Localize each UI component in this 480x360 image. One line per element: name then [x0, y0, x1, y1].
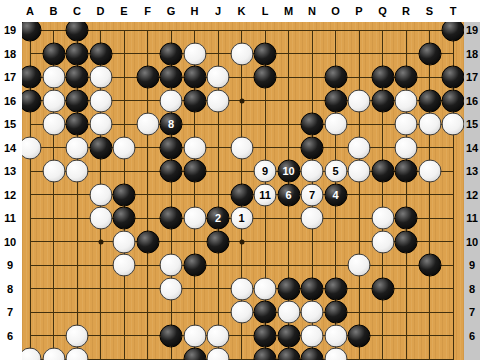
black-stone-Q13[interactable] [371, 160, 394, 183]
move-number-label: 10 [282, 166, 294, 177]
white-stone-P9[interactable] [348, 254, 371, 277]
white-stone-R14[interactable] [395, 136, 418, 159]
move-number-label: 8 [168, 119, 174, 130]
white-stone-N13[interactable] [301, 160, 324, 183]
white-stone-C13[interactable] [66, 160, 89, 183]
white-stone-G8[interactable] [160, 277, 183, 300]
white-stone-R16[interactable] [395, 89, 418, 112]
black-stone-N14[interactable] [301, 136, 324, 159]
black-stone-O7[interactable] [324, 301, 347, 324]
white-stone-D11[interactable] [89, 207, 112, 230]
black-stone-J11[interactable]: 2 [207, 207, 230, 230]
white-stone-N11[interactable] [301, 207, 324, 230]
move-number-label: 5 [332, 166, 338, 177]
white-stone-H18[interactable] [183, 42, 206, 65]
grid-hline [30, 265, 454, 266]
black-stone-Q17[interactable] [371, 66, 394, 89]
black-stone-J10[interactable] [207, 230, 230, 253]
white-stone-O13[interactable]: 5 [324, 160, 347, 183]
column-label: E [120, 5, 127, 17]
white-stone-N12[interactable]: 7 [301, 183, 324, 206]
row-label-left: 18 [4, 48, 16, 60]
white-stone-F15[interactable] [136, 113, 159, 136]
white-stone-E14[interactable] [113, 136, 136, 159]
grid-vline [359, 30, 360, 360]
white-stone-K7[interactable] [230, 301, 253, 324]
column-label: Q [378, 5, 387, 17]
row-label-left: 13 [4, 165, 16, 177]
white-stone-B15[interactable] [42, 113, 65, 136]
black-stone-G6[interactable] [160, 324, 183, 347]
white-stone-B13[interactable] [42, 160, 65, 183]
white-stone-B16[interactable] [42, 89, 65, 112]
row-label-right: 6 [469, 330, 475, 342]
white-stone-E10[interactable] [113, 230, 136, 253]
column-label: A [26, 5, 34, 17]
white-stone-N6[interactable] [301, 324, 324, 347]
white-stone-J6[interactable] [207, 324, 230, 347]
grid-vline [429, 30, 430, 360]
row-label-left: 11 [4, 212, 16, 224]
column-label: B [50, 5, 58, 17]
column-label: L [262, 5, 269, 17]
column-label: N [308, 5, 316, 17]
black-stone-P6[interactable] [348, 324, 371, 347]
white-stone-O15[interactable] [324, 113, 347, 136]
row-label-right: 17 [466, 71, 478, 83]
black-stone-R11[interactable] [395, 207, 418, 230]
white-stone-H14[interactable] [183, 136, 206, 159]
white-stone-C14[interactable] [66, 136, 89, 159]
white-stone-Q10[interactable] [371, 230, 394, 253]
black-stone-E11[interactable] [113, 207, 136, 230]
black-stone-K12[interactable] [230, 183, 253, 206]
white-stone-G9[interactable] [160, 254, 183, 277]
column-label: C [73, 5, 81, 17]
black-stone-D18[interactable] [89, 42, 112, 65]
black-stone-O16[interactable] [324, 89, 347, 112]
white-stone-M7[interactable] [277, 301, 300, 324]
black-stone-N8[interactable] [301, 277, 324, 300]
black-stone-L18[interactable] [254, 42, 277, 65]
row-label-right: 11 [466, 212, 478, 224]
white-stone-K14[interactable] [230, 136, 253, 159]
column-label: M [284, 5, 293, 17]
move-number-label: 2 [215, 213, 221, 224]
column-label: F [144, 5, 151, 17]
white-stone-J16[interactable] [207, 89, 230, 112]
white-stone-J17[interactable] [207, 66, 230, 89]
black-stone-B18[interactable] [42, 42, 65, 65]
row-label-right: 14 [466, 142, 478, 154]
white-stone-D17[interactable] [89, 66, 112, 89]
black-stone-T17[interactable] [442, 66, 465, 89]
go-app-window: ABCDEFGHJKLMNOPQRST191918181717161615151… [0, 0, 480, 360]
column-label: S [426, 5, 433, 17]
white-stone-S15[interactable] [418, 113, 441, 136]
white-stone-L12[interactable]: 11 [254, 183, 277, 206]
white-stone-N7[interactable] [301, 301, 324, 324]
black-stone-S16[interactable] [418, 89, 441, 112]
black-stone-O17[interactable] [324, 66, 347, 89]
black-stone-H13[interactable] [183, 160, 206, 183]
black-stone-D14[interactable] [89, 136, 112, 159]
black-stone-R10[interactable] [395, 230, 418, 253]
row-label-left: 6 [7, 330, 13, 342]
white-stone-K11[interactable]: 1 [230, 207, 253, 230]
black-stone-G15[interactable]: 8 [160, 113, 183, 136]
row-label-left: 9 [7, 259, 13, 271]
black-stone-G18[interactable] [160, 42, 183, 65]
white-stone-C6[interactable] [66, 324, 89, 347]
black-stone-M8[interactable] [277, 277, 300, 300]
white-stone-K8[interactable] [230, 277, 253, 300]
black-stone-G11[interactable] [160, 207, 183, 230]
white-stone-P14[interactable] [348, 136, 371, 159]
black-stone-E12[interactable] [113, 183, 136, 206]
row-label-left: 7 [7, 306, 13, 318]
white-stone-K18[interactable] [230, 42, 253, 65]
move-number-label: 4 [332, 189, 338, 200]
black-stone-L7[interactable] [254, 301, 277, 324]
column-label: O [331, 5, 340, 17]
black-stone-T16[interactable] [442, 89, 465, 112]
white-stone-L8[interactable] [254, 277, 277, 300]
black-stone-N15[interactable] [301, 113, 324, 136]
black-stone-L17[interactable] [254, 66, 277, 89]
black-stone-O12[interactable]: 4 [324, 183, 347, 206]
black-stone-C15[interactable] [66, 113, 89, 136]
grid-hline [30, 335, 454, 336]
row-label-right: 10 [466, 236, 478, 248]
row-label-right: 19 [466, 24, 478, 36]
white-stone-O6[interactable] [324, 324, 347, 347]
black-stone-M6[interactable] [277, 324, 300, 347]
black-stone-H9[interactable] [183, 254, 206, 277]
white-stone-L13[interactable]: 9 [254, 160, 277, 183]
black-stone-C18[interactable] [66, 42, 89, 65]
move-number-label: 11 [259, 189, 271, 200]
black-stone-L6[interactable] [254, 324, 277, 347]
black-stone-S9[interactable] [418, 254, 441, 277]
black-stone-G13[interactable] [160, 160, 183, 183]
column-label: J [215, 5, 221, 17]
white-stone-B17[interactable] [42, 66, 65, 89]
black-stone-O8[interactable] [324, 277, 347, 300]
row-label-left: 14 [4, 142, 16, 154]
black-stone-F17[interactable] [136, 66, 159, 89]
white-stone-E9[interactable] [113, 254, 136, 277]
column-label: K [238, 5, 246, 17]
star-point [239, 98, 244, 103]
black-stone-G14[interactable] [160, 136, 183, 159]
black-stone-Q8[interactable] [371, 277, 394, 300]
move-number-label: 7 [309, 189, 315, 200]
white-stone-D12[interactable] [89, 183, 112, 206]
row-label-right: 13 [466, 165, 478, 177]
star-point [98, 239, 103, 244]
column-label: R [402, 5, 410, 17]
black-stone-G17[interactable] [160, 66, 183, 89]
white-stone-R15[interactable] [395, 113, 418, 136]
black-stone-C16[interactable] [66, 89, 89, 112]
row-label-right: 9 [469, 259, 475, 271]
row-label-right: 16 [466, 95, 478, 107]
row-label-right: 8 [469, 283, 475, 295]
white-stone-H11[interactable] [183, 207, 206, 230]
white-stone-G16[interactable] [160, 89, 183, 112]
white-stone-Q11[interactable] [371, 207, 394, 230]
column-label: G [167, 5, 176, 17]
move-number-label: 1 [238, 213, 244, 224]
row-label-right: 18 [466, 48, 478, 60]
column-label: H [191, 5, 199, 17]
white-stone-D16[interactable] [89, 89, 112, 112]
black-stone-F10[interactable] [136, 230, 159, 253]
white-stone-D15[interactable] [89, 113, 112, 136]
row-label-left: 19 [4, 24, 16, 36]
black-stone-S18[interactable] [418, 42, 441, 65]
white-stone-H6[interactable] [183, 324, 206, 347]
white-stone-P13[interactable] [348, 160, 371, 183]
white-stone-P16[interactable] [348, 89, 371, 112]
move-number-label: 9 [262, 166, 268, 177]
star-point [239, 239, 244, 244]
row-label-right: 15 [466, 118, 478, 130]
black-stone-M13[interactable]: 10 [277, 160, 300, 183]
white-stone-S13[interactable] [418, 160, 441, 183]
black-stone-M12[interactable]: 6 [277, 183, 300, 206]
column-label: T [450, 5, 457, 17]
black-stone-C17[interactable] [66, 66, 89, 89]
row-label-left: 15 [4, 118, 16, 130]
black-stone-Q16[interactable] [371, 89, 394, 112]
row-label-left: 17 [4, 71, 16, 83]
black-stone-H16[interactable] [183, 89, 206, 112]
move-number-label: 6 [285, 189, 291, 200]
row-label-left: 10 [4, 236, 16, 248]
black-stone-R13[interactable] [395, 160, 418, 183]
grid-hline [30, 359, 454, 360]
column-label: P [355, 5, 362, 17]
row-label-left: 16 [4, 95, 16, 107]
row-label-right: 12 [466, 189, 478, 201]
row-label-left: 8 [7, 283, 13, 295]
row-label-right: 7 [469, 306, 475, 318]
column-label: D [97, 5, 105, 17]
white-stone-T15[interactable] [442, 113, 465, 136]
black-stone-R17[interactable] [395, 66, 418, 89]
row-label-left: 12 [4, 189, 16, 201]
black-stone-H17[interactable] [183, 66, 206, 89]
